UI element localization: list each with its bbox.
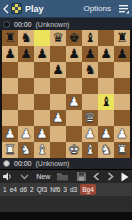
save-icon — [77, 172, 86, 181]
square-e4[interactable]: ♟ — [66, 94, 82, 110]
white-r-piece: ♜ — [116, 142, 128, 158]
square-a3[interactable] — [2, 110, 18, 126]
options-button[interactable]: Options — [82, 2, 112, 15]
back-chevron-icon — [3, 4, 9, 14]
square-b3[interactable] — [18, 110, 34, 126]
play-icon — [121, 172, 129, 182]
chevron-down-icon — [20, 174, 29, 180]
black-p-piece: ♟ — [116, 46, 128, 62]
square-g6[interactable] — [98, 62, 114, 78]
square-a5[interactable] — [2, 78, 18, 94]
black-p-piece: ♟ — [36, 46, 48, 62]
square-d2[interactable] — [50, 126, 66, 142]
new-game-label: New — [36, 173, 50, 180]
square-b5[interactable] — [18, 78, 34, 94]
square-g7[interactable]: ♟ — [98, 46, 114, 62]
white-p-piece: ♟ — [100, 126, 112, 142]
square-f1[interactable]: ♝ — [82, 142, 98, 158]
open-button[interactable] — [57, 170, 69, 184]
black-p-piece: ♟ — [100, 46, 112, 62]
black-n-piece: ♞ — [84, 62, 96, 78]
square-h3[interactable] — [114, 110, 130, 126]
titlebar: Play Options — [0, 0, 132, 18]
bottom-strip — [0, 212, 132, 220]
square-e5[interactable] — [66, 78, 82, 94]
next-move-icon — [107, 172, 114, 181]
square-d7[interactable] — [50, 46, 66, 62]
black-p-piece: ♟ — [20, 46, 32, 62]
white-p-piece: ♟ — [36, 126, 48, 142]
white-p-piece: ♟ — [84, 126, 96, 142]
square-c4[interactable] — [34, 94, 50, 110]
folder-icon — [57, 172, 69, 181]
square-d5[interactable] — [50, 78, 66, 94]
black-p-piece: ♟ — [52, 62, 64, 78]
square-f6[interactable]: ♞ — [82, 62, 98, 78]
square-f4[interactable] — [82, 94, 98, 110]
square-a7[interactable]: ♟ — [2, 46, 18, 62]
move-token-2[interactable]: 2 — [30, 185, 34, 194]
page-title: Play — [25, 4, 44, 14]
black-r-piece: ♜ — [116, 30, 128, 46]
move-token-Nf6[interactable]: Nf6 — [50, 185, 60, 194]
save-button[interactable] — [77, 170, 86, 184]
previous-move-icon — [93, 172, 100, 181]
move-token-d6[interactable]: d6 — [20, 185, 27, 194]
black-p-piece: ♟ — [4, 46, 16, 62]
move-token-Qf3[interactable]: Qf3 — [37, 185, 47, 194]
square-c3[interactable] — [34, 110, 50, 126]
square-e7[interactable]: ♟ — [66, 46, 82, 62]
square-b2[interactable]: ♟ — [18, 126, 34, 142]
move-token-d3[interactable]: d3 — [70, 185, 77, 194]
white-player-name: (Unknown) — [36, 160, 70, 167]
square-b4[interactable] — [18, 94, 34, 110]
black-player-name: (Unknown) — [36, 21, 70, 28]
square-b8[interactable]: ♞ — [18, 30, 34, 46]
square-c6[interactable] — [34, 62, 50, 78]
move-token-e4[interactable]: e4 — [10, 185, 17, 194]
square-a2[interactable]: ♟ — [2, 126, 18, 142]
square-f3[interactable]: ♛ — [82, 110, 98, 126]
square-e1[interactable]: ♚ — [66, 142, 82, 158]
square-b1[interactable]: ♞ — [18, 142, 34, 158]
square-c8[interactable] — [34, 30, 50, 46]
bottom-area — [0, 196, 132, 220]
square-h4[interactable] — [114, 94, 130, 110]
new-game-button[interactable]: New — [36, 170, 50, 184]
square-g4[interactable]: ♝ — [98, 94, 114, 110]
speaker-icon — [3, 172, 13, 181]
white-q-piece: ♛ — [84, 110, 96, 126]
square-g2[interactable]: ♟ — [98, 126, 114, 142]
forward-move-button[interactable] — [107, 170, 114, 184]
square-h6[interactable] — [114, 62, 130, 78]
square-a4[interactable] — [2, 94, 18, 110]
sound-button[interactable] — [3, 170, 13, 184]
square-f2[interactable]: ♟ — [82, 126, 98, 142]
app-logo-icon — [11, 3, 22, 14]
square-a1[interactable]: ♜ — [2, 142, 18, 158]
board-wrap: ♜♞♛♚♝♜♟♟♟♟♟♟♟♟♞♟♝♟♛♟♟♟♟♟♟♜♞♝♚♝♞♜ — [0, 30, 132, 158]
square-f8[interactable]: ♝ — [82, 30, 98, 46]
black-b-piece: ♝ — [84, 30, 96, 46]
menu-icon — [118, 4, 129, 14]
square-h1[interactable]: ♜ — [114, 142, 130, 158]
black-clock: 00:00 — [14, 21, 32, 28]
square-c2[interactable]: ♟ — [34, 126, 50, 142]
black-player-row: 00:00 (Unknown) — [0, 18, 132, 30]
square-h2[interactable]: ♟ — [114, 126, 130, 142]
white-p-piece: ♟ — [20, 126, 32, 142]
square-c7[interactable]: ♟ — [34, 46, 50, 62]
black-n-piece: ♞ — [20, 30, 32, 46]
square-g1[interactable]: ♞ — [98, 142, 114, 158]
move-token-3[interactable]: 3 — [63, 185, 67, 194]
back-button[interactable] — [3, 4, 9, 14]
black-q-piece: ♛ — [52, 30, 64, 46]
square-e8[interactable]: ♚ — [66, 30, 82, 46]
square-h5[interactable] — [114, 78, 130, 94]
white-b-piece: ♝ — [36, 142, 48, 158]
square-c1[interactable]: ♝ — [34, 142, 50, 158]
white-clock: 00:00 — [14, 160, 32, 167]
black-r-piece: ♜ — [4, 30, 16, 46]
white-p-piece: ♟ — [116, 126, 128, 142]
back-move-button[interactable] — [93, 170, 100, 184]
white-r-piece: ♜ — [4, 142, 16, 158]
move-token-Bg4[interactable]: Bg4 — [80, 184, 96, 195]
white-p-piece: ♟ — [52, 110, 64, 126]
white-player-row: 00:00 (Unknown) — [0, 158, 132, 169]
square-f5[interactable] — [82, 78, 98, 94]
white-k-piece: ♚ — [68, 142, 80, 158]
black-p-piece: ♟ — [68, 46, 80, 62]
black-k-piece: ♚ — [68, 30, 80, 46]
toolbar: New — [0, 169, 132, 183]
white-p-piece: ♟ — [68, 94, 80, 110]
square-d3[interactable]: ♟ — [50, 110, 66, 126]
white-n-piece: ♞ — [20, 142, 32, 158]
square-a8[interactable]: ♜ — [2, 30, 18, 46]
square-h7[interactable]: ♟ — [114, 46, 130, 62]
white-n-piece: ♞ — [100, 142, 112, 158]
square-c5[interactable] — [34, 78, 50, 94]
move-list[interactable]: 1e4d62Qf3Nf63d3Bg4 — [0, 183, 132, 196]
square-f7[interactable]: ♟ — [82, 46, 98, 62]
square-a6[interactable] — [2, 62, 18, 78]
white-clock-icon — [3, 160, 10, 167]
square-e2[interactable] — [66, 126, 82, 142]
square-h8[interactable]: ♜ — [114, 30, 130, 46]
white-b-piece: ♝ — [84, 142, 96, 158]
chess-board[interactable]: ♜♞♛♚♝♜♟♟♟♟♟♟♟♟♞♟♝♟♛♟♟♟♟♟♟♜♞♝♚♝♞♜ — [2, 30, 130, 158]
square-d1[interactable] — [50, 142, 66, 158]
move-token-1[interactable]: 1 — [3, 185, 7, 194]
play-button[interactable] — [121, 170, 129, 184]
square-g5[interactable] — [98, 78, 114, 94]
square-d4[interactable] — [50, 94, 66, 110]
square-d8[interactable]: ♛ — [50, 30, 66, 46]
black-b-piece: ♝ — [100, 94, 112, 110]
square-b7[interactable]: ♟ — [18, 46, 34, 62]
square-g8[interactable] — [98, 30, 114, 46]
square-e3[interactable] — [66, 110, 82, 126]
menu-button[interactable] — [118, 4, 129, 14]
square-b6[interactable] — [18, 62, 34, 78]
square-e6[interactable] — [66, 62, 82, 78]
black-clock-icon — [3, 21, 10, 28]
square-g3[interactable] — [98, 110, 114, 126]
white-p-piece: ♟ — [4, 126, 16, 142]
black-p-piece: ♟ — [84, 46, 96, 62]
dropdown-button[interactable] — [20, 170, 29, 184]
square-d6[interactable]: ♟ — [50, 62, 66, 78]
